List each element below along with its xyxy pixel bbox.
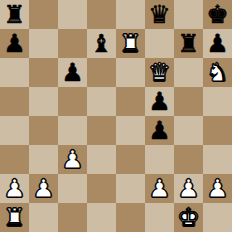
square-b5[interactable] xyxy=(29,87,58,116)
square-b4[interactable] xyxy=(29,116,58,145)
square-e4[interactable] xyxy=(116,116,145,145)
square-c1[interactable] xyxy=(58,203,87,232)
square-c7[interactable] xyxy=(58,29,87,58)
piece-white-rook[interactable]: ♜ xyxy=(3,203,25,232)
square-f6[interactable]: ♛ xyxy=(145,58,174,87)
square-c4[interactable] xyxy=(58,116,87,145)
square-f7[interactable] xyxy=(145,29,174,58)
square-h6[interactable]: ♞ xyxy=(203,58,232,87)
square-e3[interactable] xyxy=(116,145,145,174)
square-h4[interactable] xyxy=(203,116,232,145)
piece-white-rook[interactable]: ♜ xyxy=(119,29,141,58)
square-b8[interactable] xyxy=(29,0,58,29)
square-h2[interactable]: ♟ xyxy=(203,174,232,203)
piece-white-knight[interactable]: ♞ xyxy=(206,58,228,87)
square-h7[interactable]: ♟ xyxy=(203,29,232,58)
square-b1[interactable] xyxy=(29,203,58,232)
square-a2[interactable]: ♟ xyxy=(0,174,29,203)
square-c2[interactable] xyxy=(58,174,87,203)
square-e1[interactable] xyxy=(116,203,145,232)
square-g8[interactable] xyxy=(174,0,203,29)
square-d1[interactable] xyxy=(87,203,116,232)
piece-white-pawn[interactable]: ♟ xyxy=(3,174,25,203)
piece-black-rook[interactable]: ♜ xyxy=(177,29,199,58)
piece-black-queen[interactable]: ♛ xyxy=(148,0,170,29)
piece-white-pawn[interactable]: ♟ xyxy=(148,174,170,203)
piece-black-pawn[interactable]: ♟ xyxy=(3,29,25,58)
square-a6[interactable] xyxy=(0,58,29,87)
square-c3[interactable]: ♟ xyxy=(58,145,87,174)
square-f3[interactable] xyxy=(145,145,174,174)
square-f2[interactable]: ♟ xyxy=(145,174,174,203)
square-h8[interactable]: ♚ xyxy=(203,0,232,29)
square-d4[interactable] xyxy=(87,116,116,145)
square-d6[interactable] xyxy=(87,58,116,87)
piece-white-king[interactable]: ♚ xyxy=(177,203,199,232)
chess-board: ♜♛♚♟♝♜♜♟♟♛♞♟♟♟♟♟♟♟♟♜♚ xyxy=(0,0,232,232)
piece-black-pawn[interactable]: ♟ xyxy=(148,116,170,145)
square-e5[interactable] xyxy=(116,87,145,116)
square-c5[interactable] xyxy=(58,87,87,116)
square-b6[interactable] xyxy=(29,58,58,87)
square-c6[interactable]: ♟ xyxy=(58,58,87,87)
piece-black-pawn[interactable]: ♟ xyxy=(148,87,170,116)
square-f1[interactable] xyxy=(145,203,174,232)
square-b3[interactable] xyxy=(29,145,58,174)
square-a3[interactable] xyxy=(0,145,29,174)
square-e2[interactable] xyxy=(116,174,145,203)
piece-white-queen[interactable]: ♛ xyxy=(148,58,170,87)
square-d8[interactable] xyxy=(87,0,116,29)
square-a5[interactable] xyxy=(0,87,29,116)
square-a1[interactable]: ♜ xyxy=(0,203,29,232)
piece-black-rook[interactable]: ♜ xyxy=(3,0,25,29)
square-g6[interactable] xyxy=(174,58,203,87)
square-f8[interactable]: ♛ xyxy=(145,0,174,29)
square-b2[interactable]: ♟ xyxy=(29,174,58,203)
square-f5[interactable]: ♟ xyxy=(145,87,174,116)
piece-black-king[interactable]: ♚ xyxy=(206,0,228,29)
square-d2[interactable] xyxy=(87,174,116,203)
square-a4[interactable] xyxy=(0,116,29,145)
piece-black-bishop[interactable]: ♝ xyxy=(90,29,112,58)
square-d5[interactable] xyxy=(87,87,116,116)
piece-white-pawn[interactable]: ♟ xyxy=(32,174,54,203)
square-h3[interactable] xyxy=(203,145,232,174)
square-g5[interactable] xyxy=(174,87,203,116)
square-g4[interactable] xyxy=(174,116,203,145)
square-g7[interactable]: ♜ xyxy=(174,29,203,58)
piece-white-pawn[interactable]: ♟ xyxy=(177,174,199,203)
square-g1[interactable]: ♚ xyxy=(174,203,203,232)
piece-white-pawn[interactable]: ♟ xyxy=(206,174,228,203)
piece-white-pawn[interactable]: ♟ xyxy=(61,145,83,174)
square-d7[interactable]: ♝ xyxy=(87,29,116,58)
square-h5[interactable] xyxy=(203,87,232,116)
square-e7[interactable]: ♜ xyxy=(116,29,145,58)
square-a8[interactable]: ♜ xyxy=(0,0,29,29)
square-a7[interactable]: ♟ xyxy=(0,29,29,58)
square-g2[interactable]: ♟ xyxy=(174,174,203,203)
square-f4[interactable]: ♟ xyxy=(145,116,174,145)
square-b7[interactable] xyxy=(29,29,58,58)
square-h1[interactable] xyxy=(203,203,232,232)
square-e8[interactable] xyxy=(116,0,145,29)
piece-black-pawn[interactable]: ♟ xyxy=(206,29,228,58)
square-d3[interactable] xyxy=(87,145,116,174)
piece-black-pawn[interactable]: ♟ xyxy=(61,58,83,87)
square-g3[interactable] xyxy=(174,145,203,174)
square-c8[interactable] xyxy=(58,0,87,29)
square-e6[interactable] xyxy=(116,58,145,87)
